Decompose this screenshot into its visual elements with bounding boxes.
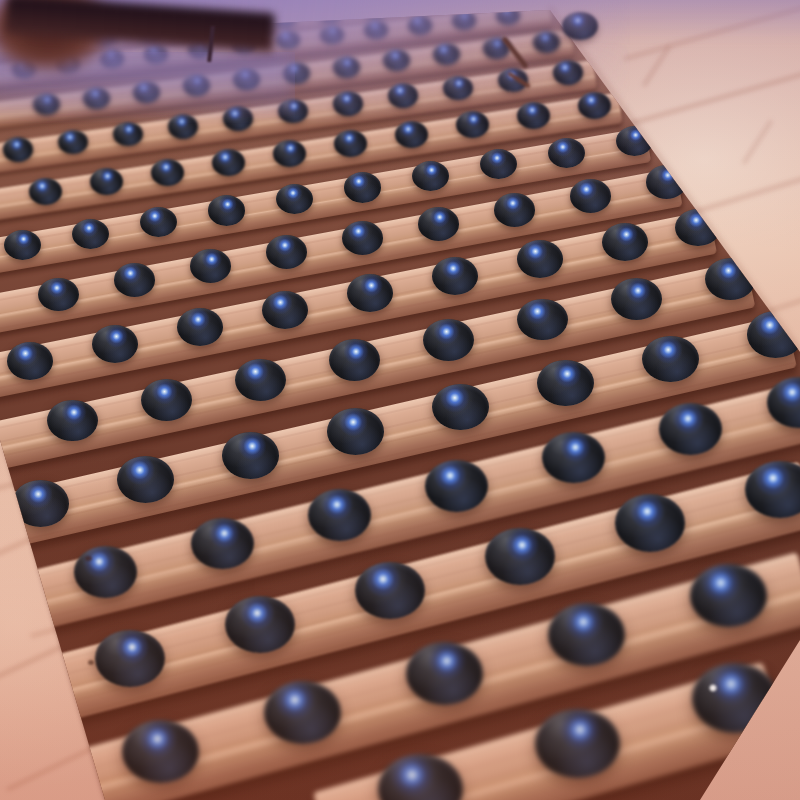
black-stone [262, 291, 308, 329]
black-stone [347, 274, 393, 312]
black-stone [690, 564, 767, 627]
black-stone [117, 456, 174, 503]
black-stone [329, 339, 380, 381]
black-stone [355, 562, 425, 619]
black-stone [191, 518, 254, 570]
black-stone [92, 325, 138, 363]
black-stone [412, 161, 449, 191]
scene-photo [0, 0, 800, 800]
black-stone [122, 720, 199, 783]
black-stone [177, 308, 223, 346]
black-stone [308, 489, 371, 541]
black-stone [74, 546, 137, 598]
black-stone [423, 319, 474, 361]
black-stone [542, 432, 605, 484]
black-stone [222, 432, 279, 479]
black-stone [342, 221, 383, 255]
black-stone [4, 230, 41, 260]
black-stone [212, 149, 245, 176]
black-stone [406, 642, 483, 705]
black-stone [642, 336, 699, 383]
black-stone [659, 403, 722, 455]
black-stone [602, 223, 648, 261]
black-stone [418, 207, 459, 241]
wood-knot [85, 556, 92, 561]
black-stone [432, 384, 489, 431]
black-stone [140, 207, 177, 237]
black-stone [425, 460, 488, 512]
black-stone [141, 379, 192, 421]
black-stone [90, 168, 123, 195]
black-stone [235, 359, 286, 401]
black-stone [3, 137, 33, 162]
black-stone [517, 240, 563, 278]
black-stone [548, 603, 625, 666]
black-stone [494, 193, 535, 227]
black-stone [7, 342, 53, 380]
black-stone [38, 278, 79, 312]
black-stone [264, 681, 341, 744]
black-stone [344, 172, 381, 202]
black-stone [208, 195, 245, 225]
black-stone [114, 263, 155, 297]
black-stone [190, 249, 231, 283]
black-stone [47, 400, 98, 442]
black-stone [570, 179, 611, 213]
black-stone [273, 140, 306, 167]
dust-speck [708, 684, 718, 692]
black-stone [548, 138, 585, 168]
black-stone [535, 709, 620, 779]
black-stone [72, 219, 109, 249]
black-stone [276, 184, 313, 214]
black-stone [29, 178, 62, 205]
black-stone [432, 257, 478, 295]
black-stone [266, 235, 307, 269]
black-stone [480, 149, 517, 179]
wood-knot [88, 660, 94, 665]
black-stone [517, 299, 568, 341]
black-stone [58, 130, 88, 155]
black-stone [611, 278, 662, 320]
black-stone [485, 528, 555, 585]
black-stone [537, 360, 594, 407]
black-stone [334, 130, 367, 157]
black-stone [225, 596, 295, 653]
black-stone [615, 494, 685, 551]
black-stone [327, 408, 384, 455]
black-stone [95, 630, 165, 687]
black-stone [151, 159, 184, 186]
